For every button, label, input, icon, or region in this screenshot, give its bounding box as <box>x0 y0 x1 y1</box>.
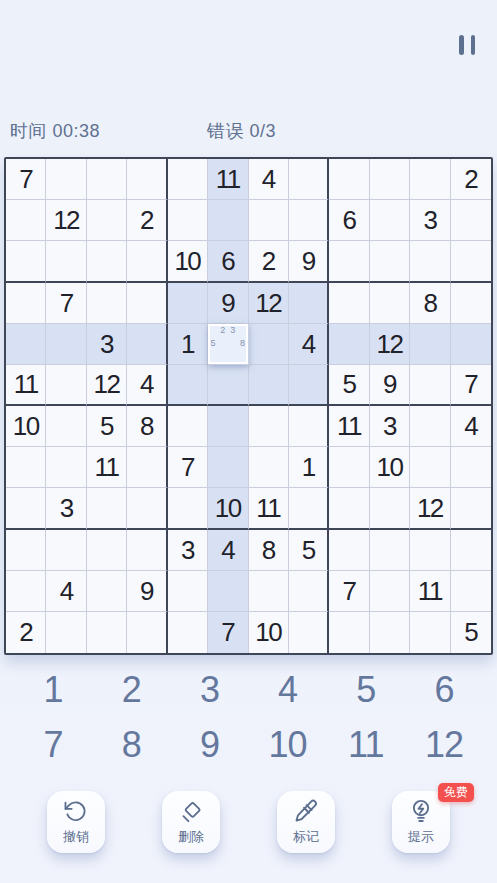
numpad-8[interactable]: 8 <box>92 717 170 772</box>
cell-r4c9[interactable] <box>329 283 369 324</box>
cell-r5c9[interactable] <box>329 324 369 365</box>
cell-r6c10[interactable]: 9 <box>370 365 410 406</box>
cell-r6c11[interactable] <box>410 365 450 406</box>
cell-r7c6[interactable] <box>208 406 248 447</box>
cell-r8c6[interactable] <box>208 447 248 488</box>
cell-r9c3[interactable] <box>87 488 127 529</box>
mark-button[interactable]: 标记 <box>277 791 335 853</box>
cell-r10c11[interactable] <box>410 530 450 571</box>
cell-r1c8[interactable] <box>289 159 329 200</box>
numpad-10[interactable]: 10 <box>248 717 326 772</box>
cell-r7c11[interactable] <box>410 406 450 447</box>
cell-r8c8[interactable]: 1 <box>289 447 329 488</box>
cell-r4c2[interactable]: 7 <box>46 283 86 324</box>
cell-r9c2[interactable]: 3 <box>46 488 86 529</box>
cell-r7c7[interactable] <box>249 406 289 447</box>
cell-r7c12[interactable]: 4 <box>451 406 491 447</box>
cell-r6c4[interactable]: 4 <box>127 365 167 406</box>
eraser-icon <box>178 798 204 824</box>
cell-r8c11[interactable] <box>410 447 450 488</box>
cell-r12c1[interactable]: 2 <box>6 612 46 653</box>
cell-r3c9[interactable] <box>329 241 369 282</box>
numpad-2[interactable]: 2 <box>92 662 170 717</box>
time-label: 时间 <box>10 121 47 141</box>
cell-r3c8[interactable]: 9 <box>289 241 329 282</box>
cell-r6c6[interactable] <box>208 365 248 406</box>
cell-r12c10[interactable] <box>370 612 410 653</box>
cell-r3c12[interactable] <box>451 241 491 282</box>
cell-r8c3[interactable]: 11 <box>87 447 127 488</box>
delete-button[interactable]: 删除 <box>162 791 220 853</box>
cell-r6c3[interactable]: 12 <box>87 365 127 406</box>
cell-r2c5[interactable] <box>168 200 208 241</box>
cell-r9c9[interactable] <box>329 488 369 529</box>
cell-r5c3[interactable]: 3 <box>87 324 127 365</box>
pencil-mark-5: 5 <box>208 337 218 350</box>
cell-r1c3[interactable] <box>87 159 127 200</box>
cell-r3c3[interactable] <box>87 241 127 282</box>
free-badge: 免费 <box>438 783 474 802</box>
cell-r4c7[interactable]: 12 <box>249 283 289 324</box>
cell-r12c3[interactable] <box>87 612 127 653</box>
cell-r11c10[interactable] <box>370 571 410 612</box>
cell-r9c5[interactable] <box>168 488 208 529</box>
cell-r9c10[interactable] <box>370 488 410 529</box>
pause-icon <box>459 35 464 55</box>
cell-r9c7[interactable]: 11 <box>249 488 289 529</box>
cell-r12c5[interactable] <box>168 612 208 653</box>
cell-r2c3[interactable] <box>87 200 127 241</box>
cell-r10c3[interactable] <box>87 530 127 571</box>
cell-r5c2[interactable] <box>46 324 86 365</box>
pencil-mark-3: 3 <box>228 324 238 337</box>
cell-r8c10[interactable]: 10 <box>370 447 410 488</box>
cell-r7c2[interactable] <box>46 406 86 447</box>
cell-r4c8[interactable] <box>289 283 329 324</box>
cell-r4c3[interactable] <box>87 283 127 324</box>
cell-r10c4[interactable] <box>127 530 167 571</box>
cell-r12c12[interactable]: 5 <box>451 612 491 653</box>
cell-r3c4[interactable] <box>127 241 167 282</box>
cell-r2c4[interactable]: 2 <box>127 200 167 241</box>
cell-r6c1[interactable]: 11 <box>6 365 46 406</box>
mark-button-label: 标记 <box>293 828 319 846</box>
errors-value: 0/3 <box>250 121 277 141</box>
cell-r5c6[interactable]: 2358 <box>208 324 248 365</box>
cell-r5c11[interactable] <box>410 324 450 365</box>
cell-r5c7[interactable] <box>249 324 289 365</box>
cell-r4c6[interactable]: 9 <box>208 283 248 324</box>
cell-r12c6[interactable]: 7 <box>208 612 248 653</box>
hint-button[interactable]: 提示免费 <box>392 791 450 853</box>
cell-r8c12[interactable] <box>451 447 491 488</box>
cell-r10c2[interactable] <box>46 530 86 571</box>
cell-r11c1[interactable] <box>6 571 46 612</box>
cell-r5c12[interactable] <box>451 324 491 365</box>
cell-r12c2[interactable] <box>46 612 86 653</box>
cell-r8c9[interactable] <box>329 447 369 488</box>
cell-r2c7[interactable] <box>249 200 289 241</box>
cell-r9c12[interactable] <box>451 488 491 529</box>
cell-r3c11[interactable] <box>410 241 450 282</box>
numpad-4[interactable]: 4 <box>248 662 326 717</box>
cell-r3c10[interactable] <box>370 241 410 282</box>
timer-status: 时间 00:38 <box>10 119 100 143</box>
cell-r7c5[interactable] <box>168 406 208 447</box>
cell-r11c4[interactable]: 9 <box>127 571 167 612</box>
pause-icon <box>471 35 476 55</box>
cell-r1c12[interactable]: 2 <box>451 159 491 200</box>
cell-r6c8[interactable] <box>289 365 329 406</box>
cell-r10c6[interactable]: 4 <box>208 530 248 571</box>
cell-r2c8[interactable] <box>289 200 329 241</box>
cell-r10c8[interactable]: 5 <box>289 530 329 571</box>
cell-r4c10[interactable] <box>370 283 410 324</box>
cell-r9c4[interactable] <box>127 488 167 529</box>
cell-r12c9[interactable] <box>329 612 369 653</box>
pencil-marks: 2358 <box>208 324 247 364</box>
cell-r7c3[interactable]: 5 <box>87 406 127 447</box>
cell-r5c4[interactable] <box>127 324 167 365</box>
cell-r10c9[interactable] <box>329 530 369 571</box>
cell-r2c2[interactable]: 12 <box>46 200 86 241</box>
cell-r11c6[interactable] <box>208 571 248 612</box>
cell-r10c5[interactable]: 3 <box>168 530 208 571</box>
cell-r1c10[interactable] <box>370 159 410 200</box>
numpad-3[interactable]: 3 <box>170 662 248 717</box>
cell-r6c7[interactable] <box>249 365 289 406</box>
cell-r2c11[interactable]: 3 <box>410 200 450 241</box>
undo-button-label: 撤销 <box>63 828 89 846</box>
cell-r11c8[interactable] <box>289 571 329 612</box>
cell-r11c3[interactable] <box>87 571 127 612</box>
cell-r2c10[interactable] <box>370 200 410 241</box>
cell-r9c11[interactable]: 12 <box>410 488 450 529</box>
cell-r2c1[interactable] <box>6 200 46 241</box>
cell-r6c5[interactable] <box>168 365 208 406</box>
cell-r8c7[interactable] <box>249 447 289 488</box>
cell-r5c10[interactable]: 12 <box>370 324 410 365</box>
cell-r1c4[interactable] <box>127 159 167 200</box>
cell-r1c6[interactable]: 11 <box>208 159 248 200</box>
cell-r3c2[interactable] <box>46 241 86 282</box>
time-value: 00:38 <box>53 121 101 141</box>
cell-r12c7[interactable]: 10 <box>249 612 289 653</box>
sudoku-board: 7114212263106297912831235841211124597105… <box>4 157 493 655</box>
bulb-icon <box>408 798 434 824</box>
cell-r11c11[interactable]: 11 <box>410 571 450 612</box>
cell-r2c6[interactable] <box>208 200 248 241</box>
pencil-icon <box>293 798 319 824</box>
cell-r10c10[interactable] <box>370 530 410 571</box>
cell-r3c5[interactable]: 10 <box>168 241 208 282</box>
errors-status: 错误 0/3 <box>207 119 276 143</box>
cell-r12c11[interactable] <box>410 612 450 653</box>
cell-r3c1[interactable] <box>6 241 46 282</box>
cell-r9c6[interactable]: 10 <box>208 488 248 529</box>
pencil-mark-2: 2 <box>218 324 228 337</box>
delete-button-label: 删除 <box>178 828 204 846</box>
cell-r11c7[interactable] <box>249 571 289 612</box>
undo-button[interactable]: 撤销 <box>47 791 105 853</box>
cell-r8c5[interactable]: 7 <box>168 447 208 488</box>
cell-r11c5[interactable] <box>168 571 208 612</box>
undo-icon <box>63 798 89 824</box>
cell-r1c1[interactable]: 7 <box>6 159 46 200</box>
cell-r7c9[interactable]: 11 <box>329 406 369 447</box>
cell-r9c1[interactable] <box>6 488 46 529</box>
cell-r4c1[interactable] <box>6 283 46 324</box>
cell-r10c12[interactable] <box>451 530 491 571</box>
numpad-1[interactable]: 1 <box>14 662 92 717</box>
cell-r5c1[interactable] <box>6 324 46 365</box>
cell-r1c11[interactable] <box>410 159 450 200</box>
cell-r11c2[interactable]: 4 <box>46 571 86 612</box>
numpad-12[interactable]: 12 <box>405 717 483 772</box>
pencil-mark-8: 8 <box>238 337 248 350</box>
cell-r11c9[interactable]: 7 <box>329 571 369 612</box>
pause-button[interactable] <box>455 35 479 57</box>
cell-r5c8[interactable]: 4 <box>289 324 329 365</box>
cell-r7c8[interactable] <box>289 406 329 447</box>
numpad-11[interactable]: 11 <box>327 717 405 772</box>
cell-r4c11[interactable]: 8 <box>410 283 450 324</box>
cell-r11c12[interactable] <box>451 571 491 612</box>
sudoku-app: 时间 00:38 错误 0/3 711421226310629791283123… <box>0 0 497 883</box>
cell-r8c1[interactable] <box>6 447 46 488</box>
cell-r10c1[interactable] <box>6 530 46 571</box>
cell-r8c4[interactable] <box>127 447 167 488</box>
cell-r9c8[interactable] <box>289 488 329 529</box>
cell-r1c2[interactable] <box>46 159 86 200</box>
numpad-9[interactable]: 9 <box>170 717 248 772</box>
numpad-5[interactable]: 5 <box>327 662 405 717</box>
action-bar: 撤销删除标记提示免费 <box>0 791 497 853</box>
numpad-6[interactable]: 6 <box>405 662 483 717</box>
cell-r3c7[interactable]: 2 <box>249 241 289 282</box>
cell-r2c12[interactable] <box>451 200 491 241</box>
cell-r7c4[interactable]: 8 <box>127 406 167 447</box>
cell-r4c5[interactable] <box>168 283 208 324</box>
cell-r8c2[interactable] <box>46 447 86 488</box>
number-pad: 123456789101112 <box>0 662 497 772</box>
cell-r2c9[interactable]: 6 <box>329 200 369 241</box>
cell-r4c4[interactable] <box>127 283 167 324</box>
cell-r4c12[interactable] <box>451 283 491 324</box>
cell-r6c2[interactable] <box>46 365 86 406</box>
cell-r1c9[interactable] <box>329 159 369 200</box>
numpad-7[interactable]: 7 <box>14 717 92 772</box>
cell-r12c4[interactable] <box>127 612 167 653</box>
cell-r6c9[interactable]: 5 <box>329 365 369 406</box>
cell-r7c10[interactable]: 3 <box>370 406 410 447</box>
cell-r5c5[interactable]: 1 <box>168 324 208 365</box>
errors-label: 错误 <box>207 121 244 141</box>
cell-r6c12[interactable]: 7 <box>451 365 491 406</box>
cell-r1c5[interactable] <box>168 159 208 200</box>
hint-button-label: 提示 <box>408 828 434 846</box>
cell-r3c6[interactable]: 6 <box>208 241 248 282</box>
cell-r1c7[interactable]: 4 <box>249 159 289 200</box>
cell-r7c1[interactable]: 10 <box>6 406 46 447</box>
cell-r10c7[interactable]: 8 <box>249 530 289 571</box>
cell-r12c8[interactable] <box>289 612 329 653</box>
